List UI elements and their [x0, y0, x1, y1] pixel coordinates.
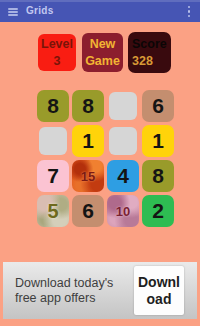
tile[interactable]: 6 [72, 195, 104, 227]
tile[interactable]: 8 [142, 160, 174, 192]
tile[interactable]: 8 [37, 90, 69, 122]
app-screen: Grids Level 3 New Game Score 328 8 8 6 1… [0, 0, 200, 326]
game-board[interactable]: 8 8 6 1 1 7 15 4 8 5 6 10 2 [37, 90, 174, 227]
overflow-menu-icon[interactable] [188, 6, 191, 17]
tile[interactable]: 10 [107, 195, 139, 227]
tile-value: 1 [152, 129, 164, 153]
app-title: Grids [26, 5, 54, 16]
tile-value: 7 [47, 164, 59, 188]
tile[interactable]: 5 [37, 195, 69, 227]
new-game-label-line2: Game [82, 53, 123, 69]
tile[interactable]: 7 [37, 160, 69, 192]
tile[interactable]: 6 [142, 90, 174, 122]
tile[interactable]: 1 [72, 125, 104, 157]
tile[interactable]: 15 [72, 160, 104, 192]
tile-value: 6 [82, 199, 94, 223]
empty-cell [109, 92, 137, 120]
ad-text-line2: free app offers [15, 291, 95, 305]
tile-value: 4 [117, 164, 129, 188]
ad-text: Download today's free app offers [3, 276, 134, 306]
tile-value: 6 [152, 94, 164, 118]
score-value: 328 [132, 53, 171, 70]
hamburger-menu-icon[interactable] [8, 8, 18, 16]
tile-value: 8 [152, 164, 164, 188]
new-game-label-line1: New [82, 36, 123, 52]
tile-value: 5 [47, 200, 58, 223]
empty-cell [109, 127, 137, 155]
score-label: Score [132, 36, 171, 53]
empty-cell [39, 127, 67, 155]
tile-value: 1 [82, 129, 94, 153]
tile[interactable]: 2 [142, 195, 174, 227]
level-label: Level [38, 36, 76, 52]
level-value: 3 [38, 53, 76, 69]
tile-value: 15 [81, 169, 95, 184]
tile[interactable]: 4 [107, 160, 139, 192]
ad-banner[interactable]: Download today's free app offers Downloa… [3, 262, 197, 319]
app-bar: Grids [0, 0, 200, 22]
level-indicator[interactable]: Level 3 [38, 34, 76, 71]
new-game-button[interactable]: New Game [82, 33, 123, 72]
tile-value: 8 [82, 94, 94, 118]
ad-text-line1: Download today's [15, 276, 113, 290]
tile-value: 8 [47, 94, 59, 118]
tile-value: 10 [116, 204, 130, 219]
tile[interactable]: 8 [72, 90, 104, 122]
tile[interactable]: 1 [142, 125, 174, 157]
score-panel: Score 328 [128, 32, 171, 73]
ad-download-button[interactable]: Download [134, 266, 184, 315]
tile-value: 2 [152, 199, 164, 223]
